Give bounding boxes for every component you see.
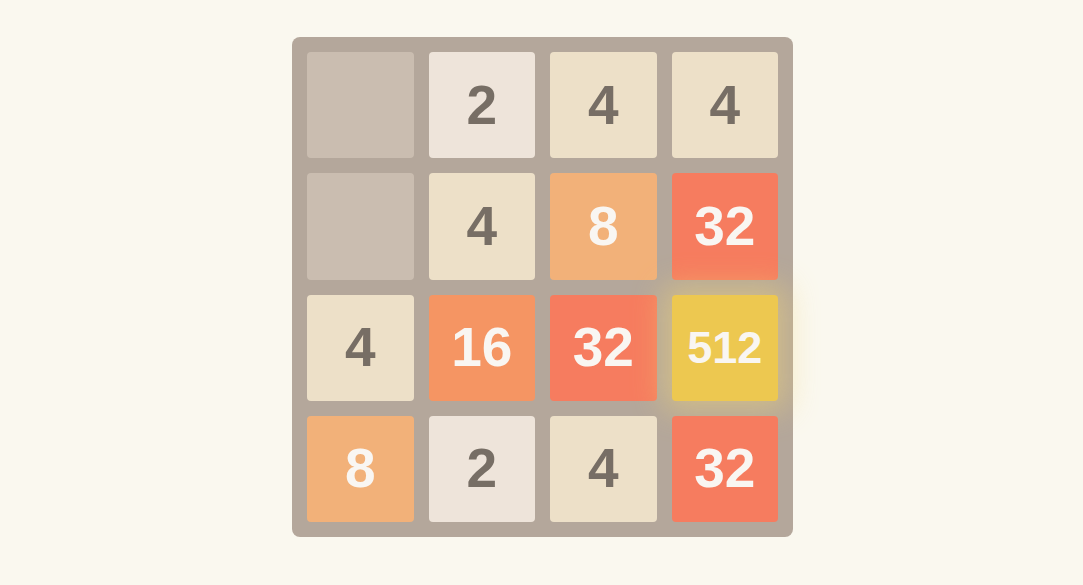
empty-cell <box>307 173 414 279</box>
empty-cell <box>307 52 414 158</box>
tile-16: 16 <box>429 295 536 401</box>
page-background: 24448324163251282432 <box>0 0 1083 585</box>
tile-512: 512 <box>672 295 779 401</box>
tile-4: 4 <box>672 52 779 158</box>
tile-2: 2 <box>429 52 536 158</box>
tile-32: 32 <box>550 295 657 401</box>
tile-2: 2 <box>429 416 536 522</box>
tile-8: 8 <box>307 416 414 522</box>
tile-4: 4 <box>550 416 657 522</box>
tile-32: 32 <box>672 173 779 279</box>
tile-8: 8 <box>550 173 657 279</box>
board[interactable]: 24448324163251282432 <box>292 37 793 537</box>
tile-32: 32 <box>672 416 779 522</box>
tile-4: 4 <box>307 295 414 401</box>
tile-4: 4 <box>429 173 536 279</box>
tile-4: 4 <box>550 52 657 158</box>
